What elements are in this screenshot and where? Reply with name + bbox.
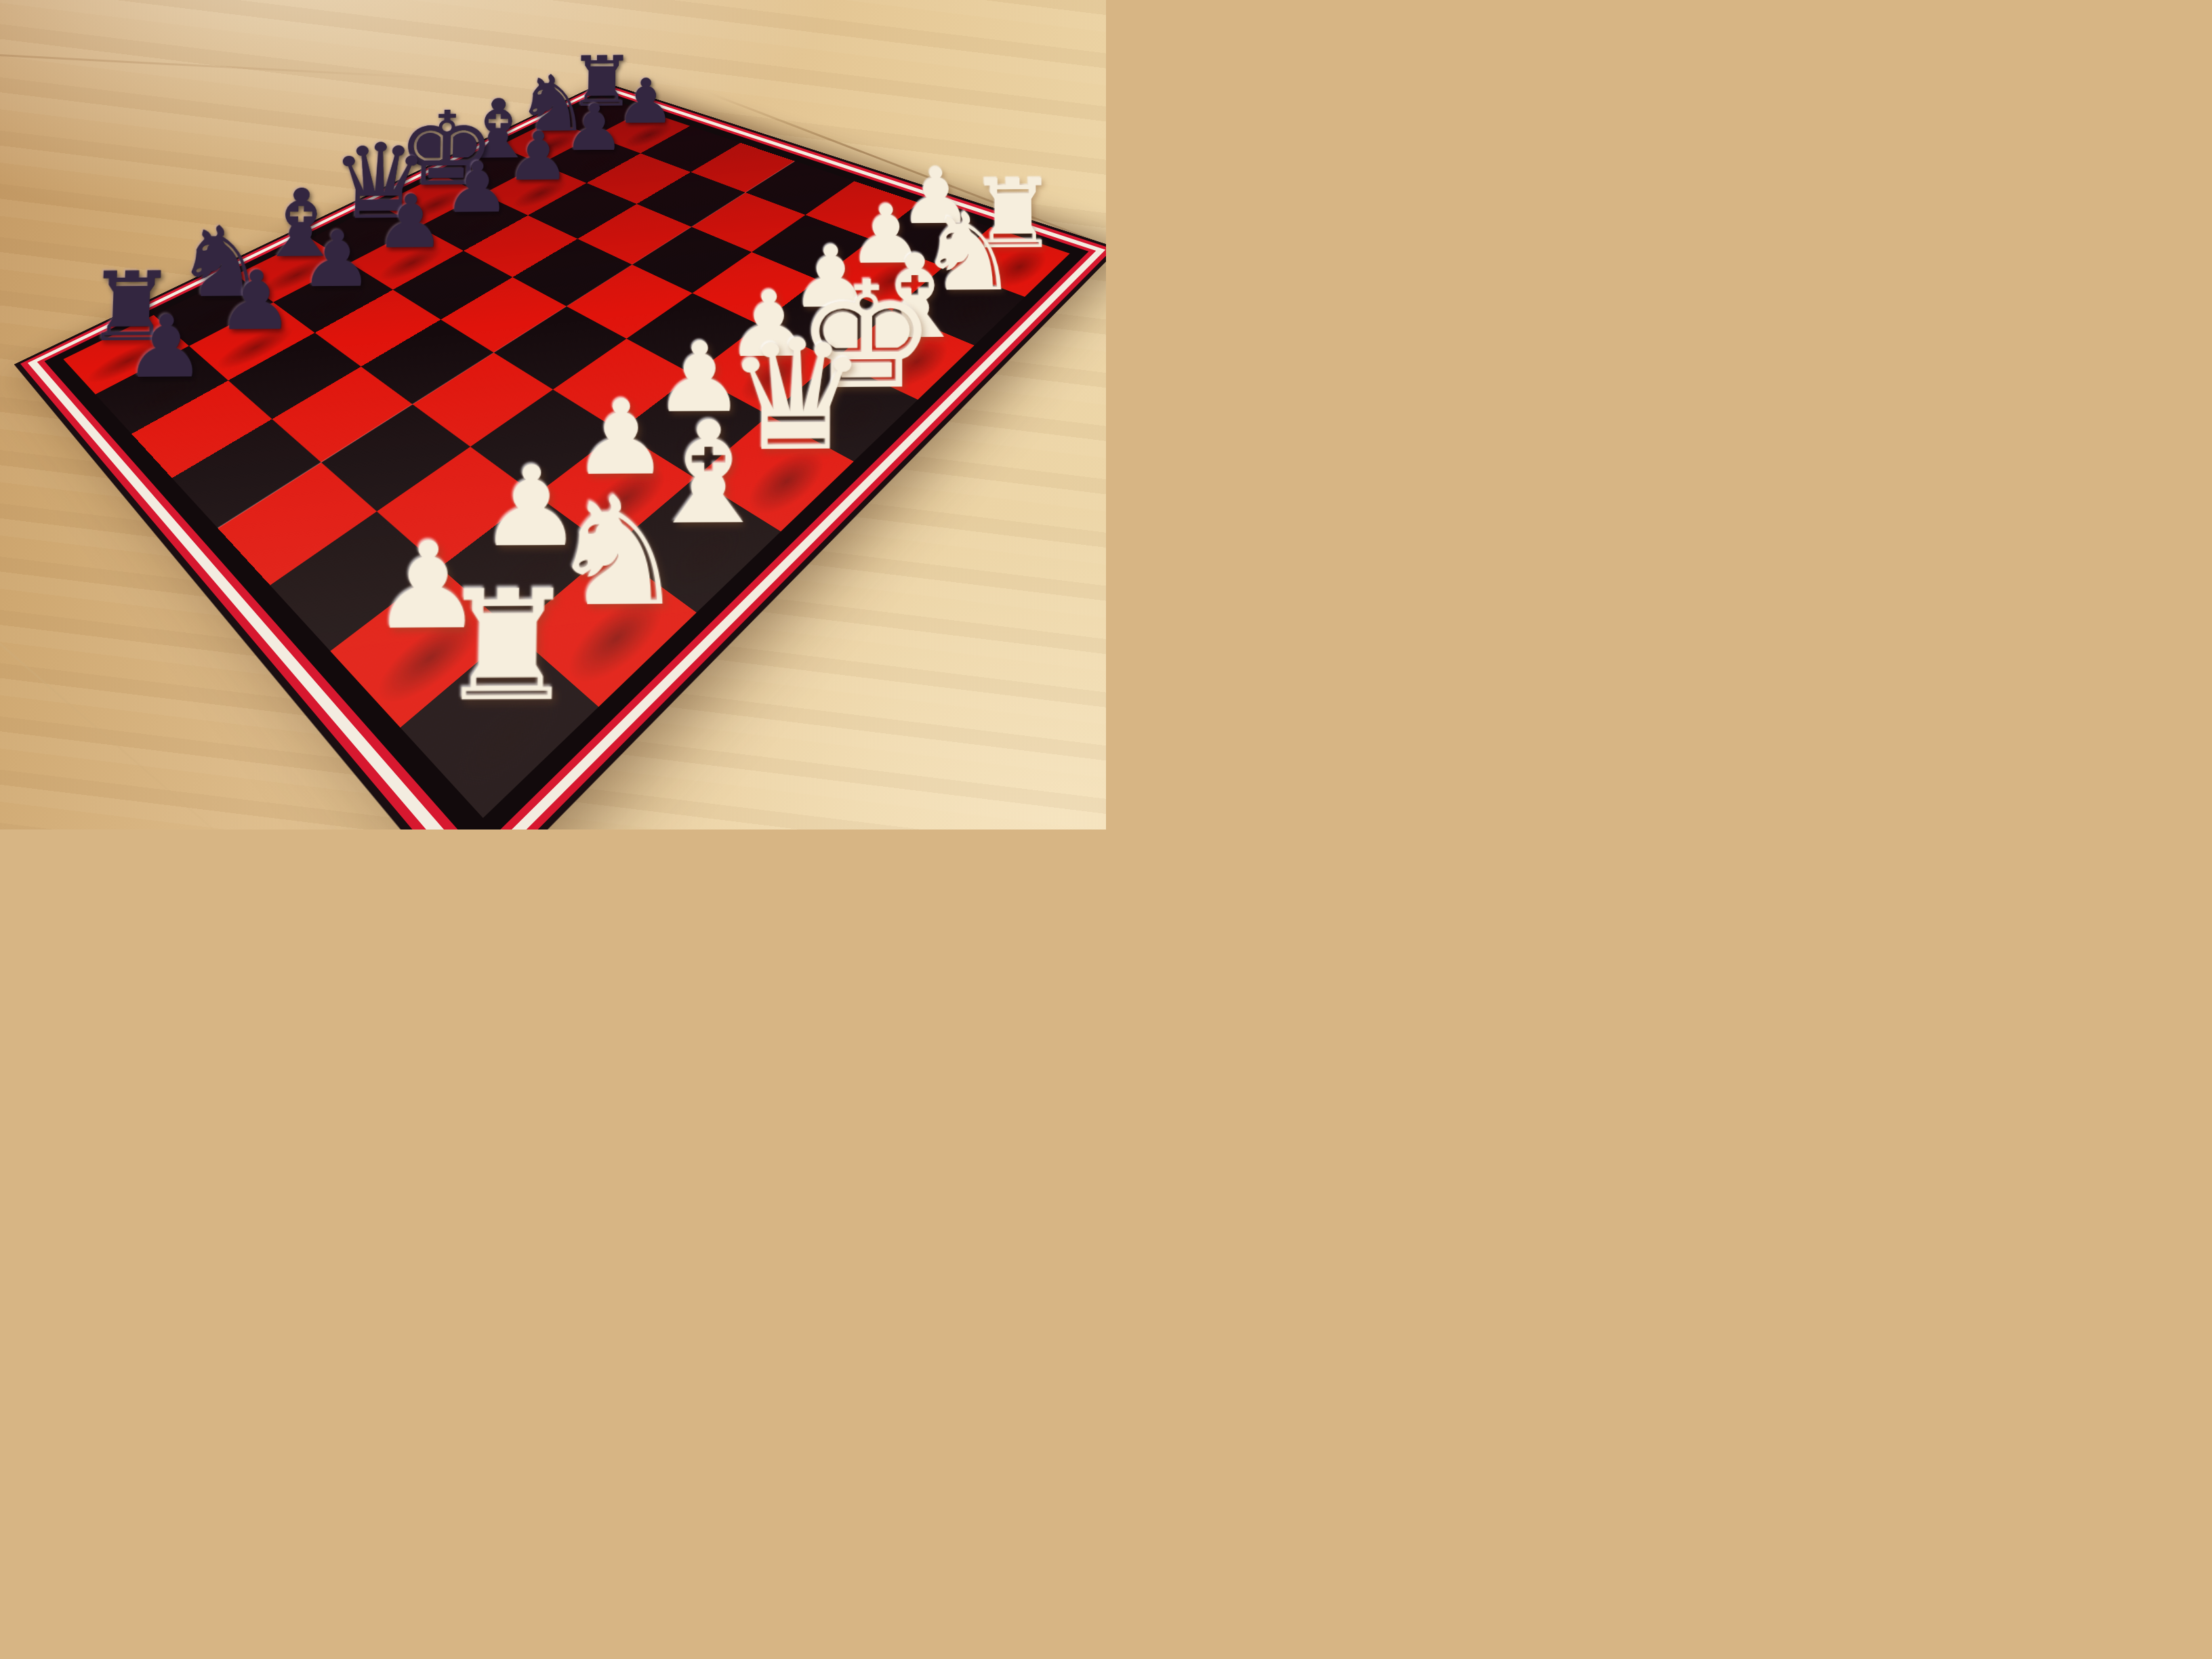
square-h1: ♜ — [944, 227, 1070, 297]
board-grid: ♜♞♝♛♚♝♞♜♟♟♟♟♟♟♟♟♟♟♟♟♟♟♟♟♜♞♝♛♚♝♞♜ — [63, 96, 1069, 818]
chessboard: ♜♞♝♛♚♝♞♜♟♟♟♟♟♟♟♟♟♟♟♟♟♟♟♟♜♞♝♛♚♝♞♜ — [14, 82, 1106, 829]
black-knight: ♞ — [515, 65, 584, 143]
piece-shadow — [438, 673, 581, 808]
white-rook: ♜ — [967, 167, 1057, 262]
square-e1: ♚ — [769, 360, 918, 461]
black-rook: ♜ — [84, 260, 177, 356]
piece-shadow — [552, 584, 680, 698]
board-edge-serrated: ♜♞♝♛♚♝♞♜♟♟♟♟♟♟♟♟♟♟♟♟♟♟♟♟♜♞♝♛♚♝♞♜ — [14, 82, 1106, 829]
black-knight: ♞ — [173, 213, 262, 311]
black-king: ♚ — [396, 98, 472, 201]
piece-shadow — [653, 398, 756, 473]
white-pawn: ♟ — [893, 158, 979, 235]
black-rook: ♜ — [568, 47, 634, 117]
piece-shadow — [806, 382, 905, 456]
black-pawn: ♟ — [611, 70, 680, 132]
board-edge-stripe-red-outer: ♜♞♝♛♚♝♞♜♟♟♟♟♟♟♟♟♟♟♟♟♟♟♟♟♜♞♝♛♚♝♞♜ — [20, 83, 1106, 829]
black-bishop: ♝ — [458, 89, 531, 171]
board-edge-stripe-red-inner: ♜♞♝♛♚♝♞♜♟♟♟♟♟♟♟♟♟♟♟♟♟♟♟♟♜♞♝♛♚♝♞♜ — [37, 88, 1097, 829]
square-d5 — [441, 277, 567, 352]
black-bishop: ♝ — [255, 177, 338, 271]
chess-photo: ♜♞♝♛♚♝♞♜♟♟♟♟♟♟♟♟♟♟♟♟♟♟♟♟♜♞♝♛♚♝♞♜ — [0, 0, 1106, 829]
piece-shadow — [851, 255, 933, 307]
piece-shadow — [979, 242, 1059, 293]
black-queen: ♛ — [329, 130, 409, 234]
board-grid-wrap: ♜♞♝♛♚♝♞♜♟♟♟♟♟♟♟♟♟♟♟♟♟♟♟♟♜♞♝♛♚♝♞♜ — [63, 96, 1069, 818]
board-frame: ♜♞♝♛♚♝♞♜♟♟♟♟♟♟♟♟♟♟♟♟♟♟♟♟♜♞♝♛♚♝♞♜ — [45, 91, 1089, 829]
piece-shadow — [871, 330, 962, 395]
scene: ♜♞♝♛♚♝♞♜♟♟♟♟♟♟♟♟♟♟♟♟♟♟♟♟♜♞♝♛♚♝♞♜ — [0, 0, 1106, 829]
board-edge-stripe-white: ♜♞♝♛♚♝♞♜♟♟♟♟♟♟♟♟♟♟♟♟♟♟♟♟♜♞♝♛♚♝♞♜ — [28, 86, 1105, 829]
